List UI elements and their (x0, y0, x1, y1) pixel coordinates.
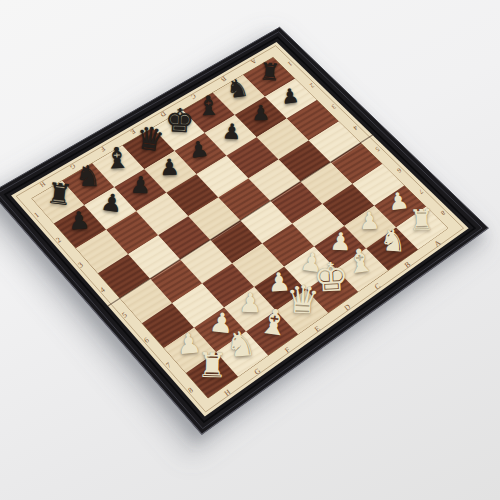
photo-background: 1122334455667788AABBCCDDEEFFGGHH ♜♞♝♚♛♝♞… (0, 0, 500, 500)
piece-white-rook-h8[interactable]: ♜ (182, 347, 243, 382)
piece-black-pawn-h2[interactable]: ♟ (48, 207, 110, 235)
